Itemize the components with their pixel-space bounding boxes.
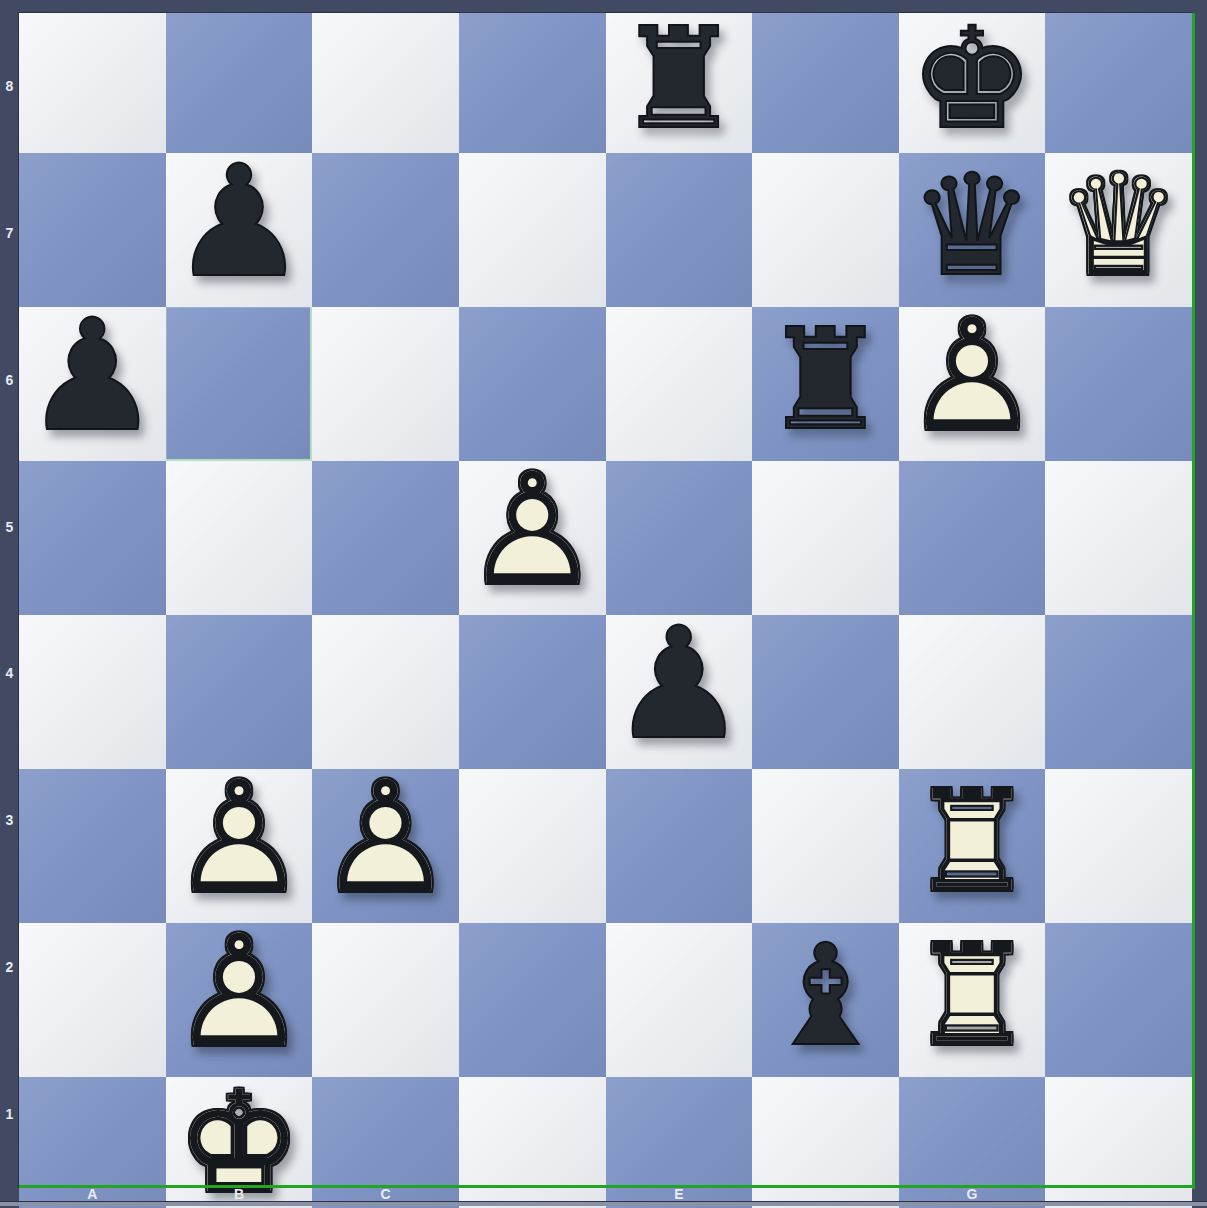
file-label-c: C [312,1186,459,1202]
square-h3[interactable] [1045,769,1192,923]
square-g7[interactable]: ♛ [899,153,1046,307]
square-c8[interactable] [312,13,459,153]
rank-label-2: 2 [0,894,19,1041]
square-g3[interactable]: ♜ [899,769,1046,923]
white-pawn-d5[interactable]: ♟ [463,453,601,607]
black-bishop-f2[interactable]: ♝ [763,926,889,1066]
rank-label-8: 8 [0,13,19,160]
white-pawn-c3[interactable]: ♟ [317,761,455,915]
square-h7[interactable]: ♛ [1045,153,1192,307]
white-rook-g2[interactable]: ♜ [909,926,1035,1066]
square-f5[interactable] [752,461,899,615]
square-g6[interactable]: ♟ [899,307,1046,461]
rank-label-1: 1 [0,1040,19,1187]
square-d2[interactable] [459,923,606,1077]
black-pawn-b7[interactable]: ♟ [170,145,308,299]
white-pawn-b2[interactable]: ♟ [170,915,308,1069]
square-a8[interactable] [19,13,166,153]
square-g5[interactable] [899,461,1046,615]
file-label-h: H [1045,1186,1192,1202]
black-rook-f6[interactable]: ♜ [763,310,889,450]
square-b4[interactable] [166,615,313,769]
square-h6[interactable] [1045,307,1192,461]
square-e8[interactable]: ♜ [606,13,753,153]
file-label-b: B [166,1186,313,1202]
rank-label-5: 5 [0,453,19,600]
square-d4[interactable] [459,615,606,769]
window-bottom-strip [0,1201,1207,1206]
file-labels: ABCDEFGH [19,1186,1192,1202]
square-d3[interactable] [459,769,606,923]
square-a7[interactable] [19,153,166,307]
square-e3[interactable] [606,769,753,923]
square-e7[interactable] [606,153,753,307]
square-g2[interactable]: ♜ [899,923,1046,1077]
white-queen-h7[interactable]: ♛ [1056,156,1182,296]
square-g8[interactable]: ♚ [899,13,1046,153]
board-edge-line-bottom [19,1185,1195,1188]
rank-labels: 87654321 [0,13,19,1187]
square-e6[interactable] [606,307,753,461]
square-c7[interactable] [312,153,459,307]
square-a4[interactable] [19,615,166,769]
file-label-e: E [606,1186,753,1202]
square-e4[interactable]: ♟ [606,615,753,769]
square-h2[interactable] [1045,923,1192,1077]
square-a3[interactable] [19,769,166,923]
square-f4[interactable] [752,615,899,769]
chess-app-window: ♜♚♟♛♛♟♜♟♟♟♟♟♜♟♝♜♚ 87654321 ABCDEFGH [0,0,1207,1208]
square-f6[interactable]: ♜ [752,307,899,461]
board-edge-line-right [1192,13,1195,1189]
square-h5[interactable] [1045,461,1192,615]
file-label-f: F [752,1186,899,1202]
square-f3[interactable] [752,769,899,923]
square-a6[interactable]: ♟ [19,307,166,461]
square-h8[interactable] [1045,13,1192,153]
square-g4[interactable] [899,615,1046,769]
square-b7[interactable]: ♟ [166,153,313,307]
rank-label-3: 3 [0,747,19,894]
black-rook-e8[interactable]: ♜ [616,9,742,149]
square-d8[interactable] [459,13,606,153]
square-h4[interactable] [1045,615,1192,769]
square-a2[interactable] [19,923,166,1077]
square-d6[interactable] [459,307,606,461]
square-a5[interactable] [19,461,166,615]
black-queen-g7[interactable]: ♛ [909,156,1035,296]
square-d7[interactable] [459,153,606,307]
square-c4[interactable] [312,615,459,769]
black-pawn-e4[interactable]: ♟ [610,607,748,761]
square-e5[interactable] [606,461,753,615]
rank-label-4: 4 [0,600,19,747]
file-label-a: A [19,1186,166,1202]
square-f8[interactable] [752,13,899,153]
square-c6[interactable] [312,307,459,461]
square-b5[interactable] [166,461,313,615]
square-f2[interactable]: ♝ [752,923,899,1077]
file-label-g: G [899,1186,1046,1202]
square-c5[interactable] [312,461,459,615]
white-pawn-b3[interactable]: ♟ [170,761,308,915]
square-b2[interactable]: ♟ [166,923,313,1077]
square-c2[interactable] [312,923,459,1077]
square-f7[interactable] [752,153,899,307]
square-d5[interactable]: ♟ [459,461,606,615]
white-rook-g3[interactable]: ♜ [909,772,1035,912]
rank-label-6: 6 [0,307,19,454]
square-b6[interactable] [166,307,313,461]
white-pawn-g6[interactable]: ♟ [903,299,1041,453]
black-king-g8[interactable]: ♚ [909,9,1035,149]
black-pawn-a6[interactable]: ♟ [23,299,161,453]
rank-label-7: 7 [0,160,19,307]
square-e2[interactable] [606,923,753,1077]
square-b3[interactable]: ♟ [166,769,313,923]
square-c3[interactable]: ♟ [312,769,459,923]
file-label-d: D [459,1186,606,1202]
board: ♜♚♟♛♛♟♜♟♟♟♟♟♜♟♝♜♚ [19,13,1192,1187]
